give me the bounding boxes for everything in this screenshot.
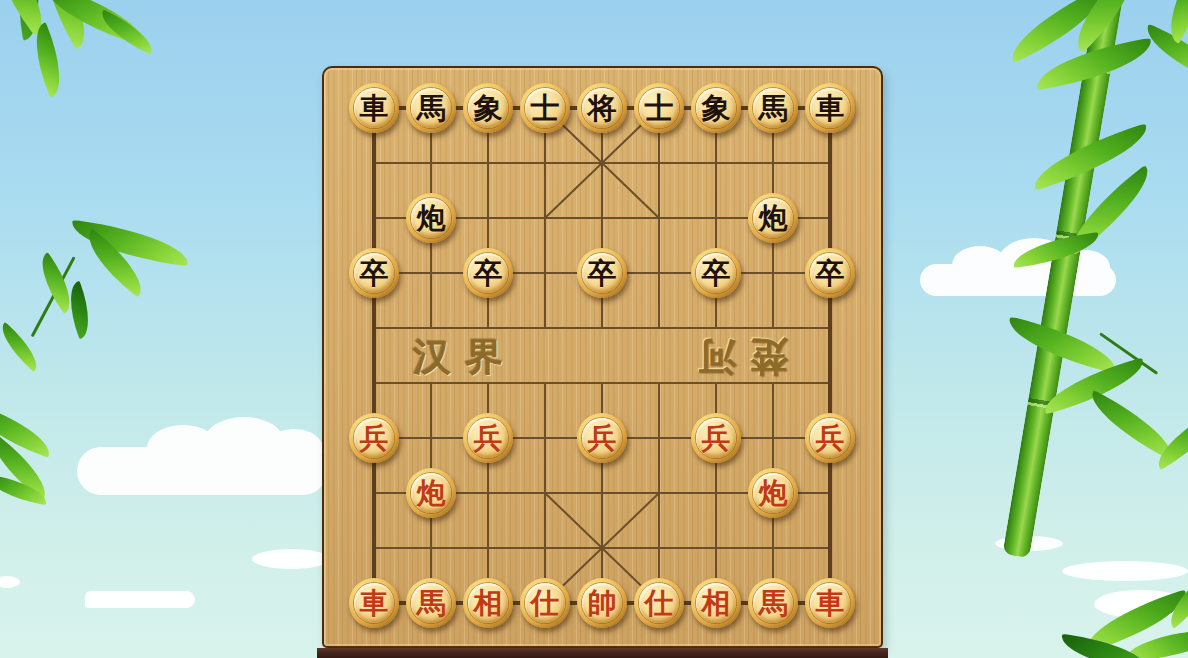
piece-red-soldier[interactable]: 兵: [691, 413, 741, 463]
piece-glyph: 車: [816, 589, 845, 618]
piece-red-soldier[interactable]: 兵: [577, 413, 627, 463]
cloud: [920, 264, 1116, 296]
board-front-edge: [317, 648, 888, 658]
piece-red-chariot[interactable]: 車: [349, 578, 399, 628]
piece-glyph: 卒: [474, 259, 503, 288]
piece-glyph: 炮: [759, 204, 788, 233]
piece-glyph: 卒: [588, 259, 617, 288]
piece-red-advisor[interactable]: 仕: [520, 578, 570, 628]
piece-glyph: 炮: [759, 479, 788, 508]
piece-glyph: 炮: [417, 479, 446, 508]
piece-black-advisor[interactable]: 士: [634, 83, 684, 133]
piece-glyph: 車: [360, 589, 389, 618]
piece-glyph: 馬: [417, 589, 446, 618]
piece-glyph: 仕: [645, 589, 674, 618]
piece-red-soldier[interactable]: 兵: [805, 413, 855, 463]
river-label-chu: 楚河: [667, 336, 819, 378]
piece-glyph: 兵: [474, 424, 503, 453]
piece-black-chariot[interactable]: 車: [349, 83, 399, 133]
piece-black-horse[interactable]: 馬: [406, 83, 456, 133]
piece-glyph: 仕: [531, 589, 560, 618]
piece-glyph: 士: [645, 94, 674, 123]
piece-black-elephant[interactable]: 象: [463, 83, 513, 133]
piece-red-advisor[interactable]: 仕: [634, 578, 684, 628]
xiangqi-game-scene: 汉界 楚河 車馬象士将士象馬車炮炮卒卒卒卒卒兵兵兵兵兵炮炮車馬相仕帥仕相馬車: [0, 0, 1188, 658]
piece-glyph: 馬: [417, 94, 446, 123]
cloud-lump: [265, 429, 323, 469]
cloud: [77, 447, 327, 495]
piece-glyph: 士: [531, 94, 560, 123]
piece-glyph: 兵: [588, 424, 617, 453]
piece-red-cannon[interactable]: 炮: [748, 468, 798, 518]
piece-red-general[interactable]: 帥: [577, 578, 627, 628]
piece-glyph: 帥: [588, 589, 617, 618]
river-label-han: 汉界: [382, 336, 534, 378]
piece-glyph: 兵: [816, 424, 845, 453]
piece-glyph: 相: [474, 589, 503, 618]
cloud: [85, 591, 195, 608]
piece-black-soldier[interactable]: 卒: [691, 248, 741, 298]
piece-glyph: 兵: [702, 424, 731, 453]
cloud: [1062, 561, 1188, 581]
piece-glyph: 象: [702, 94, 731, 123]
piece-glyph: 車: [360, 94, 389, 123]
piece-black-soldier[interactable]: 卒: [577, 248, 627, 298]
cloud: [0, 576, 20, 588]
piece-glyph: 馬: [759, 589, 788, 618]
piece-glyph: 炮: [417, 204, 446, 233]
cloud: [252, 549, 330, 569]
piece-glyph: 象: [474, 94, 503, 123]
piece-black-soldier[interactable]: 卒: [463, 248, 513, 298]
piece-black-elephant[interactable]: 象: [691, 83, 741, 133]
piece-black-advisor[interactable]: 士: [520, 83, 570, 133]
piece-black-general[interactable]: 将: [577, 83, 627, 133]
piece-glyph: 卒: [360, 259, 389, 288]
piece-glyph: 馬: [759, 94, 788, 123]
piece-glyph: 卒: [702, 259, 731, 288]
piece-red-soldier[interactable]: 兵: [463, 413, 513, 463]
piece-red-horse[interactable]: 馬: [406, 578, 456, 628]
piece-red-cannon[interactable]: 炮: [406, 468, 456, 518]
piece-red-elephant[interactable]: 相: [463, 578, 513, 628]
piece-red-horse[interactable]: 馬: [748, 578, 798, 628]
piece-glyph: 卒: [816, 259, 845, 288]
bamboo-leaf-icon: [0, 322, 46, 372]
piece-black-horse[interactable]: 馬: [748, 83, 798, 133]
piece-black-cannon[interactable]: 炮: [406, 193, 456, 243]
piece-glyph: 将: [588, 94, 617, 123]
piece-red-elephant[interactable]: 相: [691, 578, 741, 628]
piece-red-soldier[interactable]: 兵: [349, 413, 399, 463]
piece-black-chariot[interactable]: 車: [805, 83, 855, 133]
bamboo-leaf-icon: [68, 220, 191, 266]
piece-glyph: 兵: [360, 424, 389, 453]
piece-black-soldier[interactable]: 卒: [349, 248, 399, 298]
piece-red-chariot[interactable]: 車: [805, 578, 855, 628]
piece-glyph: 相: [702, 589, 731, 618]
piece-black-cannon[interactable]: 炮: [748, 193, 798, 243]
piece-black-soldier[interactable]: 卒: [805, 248, 855, 298]
piece-glyph: 車: [816, 94, 845, 123]
